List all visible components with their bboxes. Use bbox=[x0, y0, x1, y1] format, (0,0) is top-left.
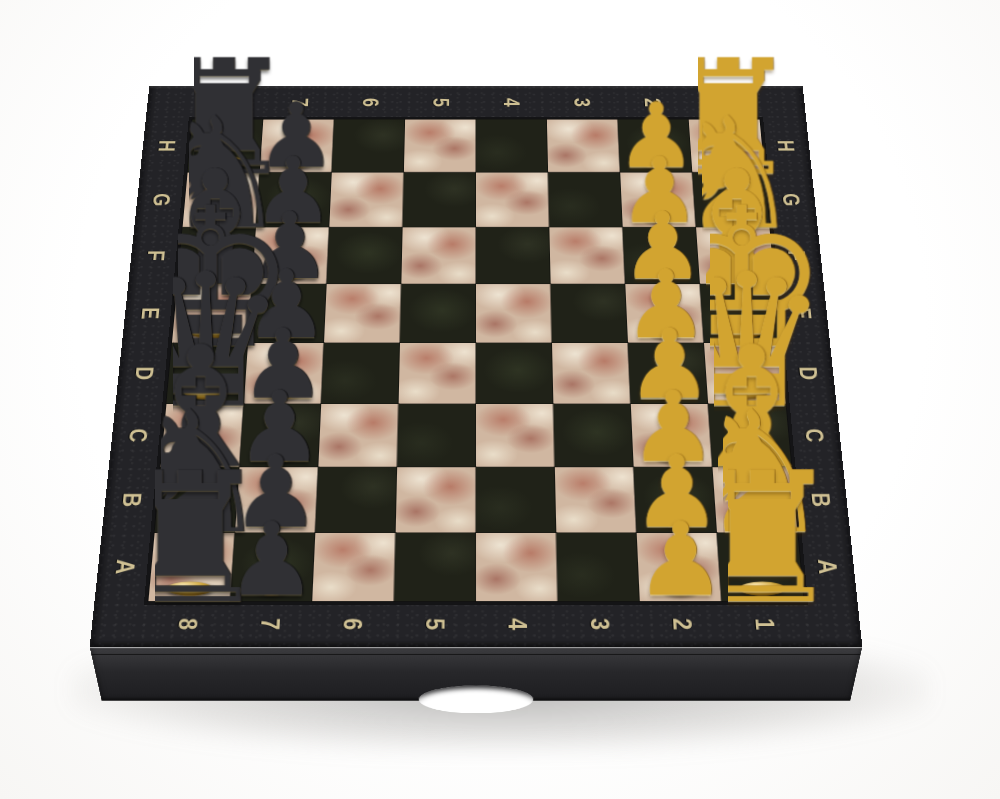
coord-label-top-1: 1 bbox=[698, 77, 749, 129]
square-a3[interactable] bbox=[556, 533, 639, 601]
coord-label-top-3: 3 bbox=[558, 77, 606, 129]
chess-board: 87654321 87654321 HGFEDCBA HGFEDCBA ♜♟♟♜… bbox=[90, 86, 863, 648]
square-e3[interactable] bbox=[551, 284, 628, 343]
square-c3[interactable] bbox=[553, 404, 633, 467]
square-f6[interactable] bbox=[327, 227, 403, 284]
piece-black-rook-a8[interactable]: ♜ bbox=[155, 448, 224, 596]
square-g3[interactable] bbox=[548, 173, 623, 228]
square-a1[interactable]: ♜ bbox=[717, 533, 804, 601]
square-b5[interactable] bbox=[396, 467, 476, 533]
rail-bottom: 87654321 bbox=[144, 601, 808, 647]
coord-label-right-G: G bbox=[753, 182, 829, 218]
square-b6[interactable] bbox=[315, 467, 397, 533]
lid-seam bbox=[91, 654, 861, 655]
scene: 87654321 87654321 HGFEDCBA HGFEDCBA ♜♟♟♜… bbox=[0, 0, 1000, 799]
square-e6[interactable] bbox=[324, 284, 401, 343]
square-f5[interactable] bbox=[401, 227, 476, 284]
square-c4[interactable] bbox=[476, 404, 555, 467]
square-a6[interactable] bbox=[312, 533, 395, 601]
square-a5[interactable] bbox=[394, 533, 476, 601]
square-g6[interactable] bbox=[329, 173, 404, 228]
square-c6[interactable] bbox=[318, 404, 398, 467]
square-d5[interactable] bbox=[399, 343, 476, 404]
finger-notch bbox=[418, 685, 533, 713]
coord-label-top-6: 6 bbox=[346, 77, 394, 129]
square-g5[interactable] bbox=[403, 173, 476, 228]
coord-label-top-7: 7 bbox=[275, 77, 324, 129]
coord-label-top-5: 5 bbox=[417, 77, 464, 129]
coord-label-right-H: H bbox=[748, 128, 823, 163]
coord-label-top-8: 8 bbox=[204, 77, 255, 129]
square-f3[interactable] bbox=[549, 227, 625, 284]
square-a4[interactable] bbox=[476, 533, 558, 601]
coord-label-top-4: 4 bbox=[488, 77, 535, 129]
coord-label-left-G: G bbox=[123, 182, 199, 218]
coord-label-left-H: H bbox=[129, 128, 204, 163]
square-b4[interactable] bbox=[476, 467, 556, 533]
rail-top: 87654321 bbox=[192, 86, 759, 120]
piece-white-rook-a1[interactable]: ♜ bbox=[728, 448, 797, 596]
square-e4[interactable] bbox=[476, 284, 552, 343]
board-front-edge bbox=[90, 647, 863, 700]
square-e5[interactable] bbox=[400, 284, 476, 343]
square-a8[interactable]: ♜ bbox=[148, 533, 235, 601]
square-d4[interactable] bbox=[476, 343, 553, 404]
square-c5[interactable] bbox=[397, 404, 476, 467]
square-f4[interactable] bbox=[476, 227, 551, 284]
coord-label-top-2: 2 bbox=[628, 77, 677, 129]
square-d3[interactable] bbox=[552, 343, 631, 404]
square-b3[interactable] bbox=[555, 467, 637, 533]
squares: ♜♟♟♜♞♟♟♞♝♟♟♝♚♟♟♚♛♟♟♛♝♟♟♝♞♟♟♞♜♟♟♜ bbox=[148, 120, 803, 602]
square-d6[interactable] bbox=[321, 343, 400, 404]
square-g4[interactable] bbox=[476, 173, 549, 228]
board-plate: 87654321 87654321 HGFEDCBA HGFEDCBA ♜♟♟♜… bbox=[90, 86, 863, 648]
